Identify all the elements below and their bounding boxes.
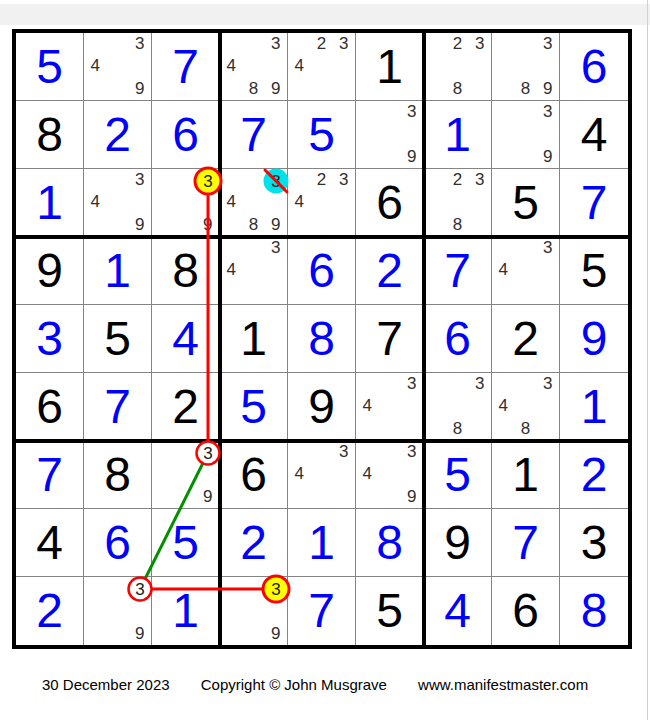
candidate-9: 9: [265, 214, 287, 236]
candidate-9: 9: [129, 622, 151, 645]
candidates: 348: [492, 373, 559, 440]
candidates: 34: [288, 441, 355, 508]
candidate-3: 3: [401, 373, 423, 395]
candidate-9: 9: [537, 146, 559, 168]
cell-value: 8: [16, 101, 83, 168]
cell-value: 6: [288, 237, 355, 304]
cell-value: 5: [356, 577, 423, 645]
cell-value: 2: [220, 509, 287, 576]
sudoku-grid: 5349734892341238389682675391394134939348…: [16, 33, 628, 645]
cell-r8c5[interactable]: 1: [288, 509, 356, 577]
candidate-3: 3: [129, 577, 151, 600]
candidates: 3489: [220, 169, 287, 236]
candidate-4: 4: [84, 55, 106, 77]
candidate-8: 8: [242, 78, 264, 100]
candidate-3: 3: [537, 373, 559, 395]
cell-r6c4[interactable]: 5: [220, 373, 288, 441]
candidate-3: 3: [401, 441, 423, 463]
candidate-3: 3: [129, 33, 151, 55]
cell-value: 8: [152, 237, 219, 304]
cell-r3c2[interactable]: 349: [84, 169, 152, 237]
candidate-4: 4: [492, 395, 514, 417]
cell-r4c3[interactable]: 8: [152, 237, 220, 305]
candidate-4: 4: [356, 463, 378, 485]
candidate-2: 2: [310, 169, 332, 191]
box-border-vertical-2: [422, 33, 426, 645]
cell-r6c1[interactable]: 6: [16, 373, 84, 441]
cell-r7c7[interactable]: 5: [424, 441, 492, 509]
cell-value: 1: [492, 441, 559, 508]
cell-value: 8: [356, 509, 423, 576]
box-border-horizontal-2: [16, 439, 628, 443]
cell-value: 7: [288, 577, 355, 645]
candidates: 34: [220, 237, 287, 304]
cell-value: 7: [424, 237, 491, 304]
cell-r6c3[interactable]: 2: [152, 373, 220, 441]
cell-value: 6: [152, 101, 219, 168]
candidates: 3489: [220, 33, 287, 100]
cell-r4c9[interactable]: 5: [560, 237, 628, 305]
candidate-2: 2: [446, 33, 468, 55]
cell-r8c6[interactable]: 8: [356, 509, 424, 577]
candidate-3: 3: [333, 441, 355, 463]
cell-r2c5[interactable]: 5: [288, 101, 356, 169]
candidates: 349: [84, 33, 151, 100]
candidates: 39: [84, 577, 151, 645]
cell-r7c5[interactable]: 34: [288, 441, 356, 509]
candidates: 34: [492, 237, 559, 304]
cell-value: 1: [288, 509, 355, 576]
candidate-4: 4: [288, 191, 310, 213]
cell-value: 5: [288, 101, 355, 168]
candidate-3: 3: [469, 373, 491, 395]
candidates: 39: [152, 169, 219, 236]
cell-r7c9[interactable]: 2: [560, 441, 628, 509]
candidates: 238: [424, 169, 491, 236]
cell-value: 2: [356, 237, 423, 304]
cell-r1c2[interactable]: 349: [84, 33, 152, 101]
cell-r3c6[interactable]: 6: [356, 169, 424, 237]
cell-value: 5: [84, 305, 151, 372]
candidate-3: 3: [537, 33, 559, 55]
candidates: 349: [356, 441, 423, 508]
cell-r4c7[interactable]: 7: [424, 237, 492, 305]
cell-r3c8[interactable]: 5: [492, 169, 560, 237]
cell-r9c1[interactable]: 2: [16, 577, 84, 645]
cell-r5c6[interactable]: 7: [356, 305, 424, 373]
candidates: 234: [288, 33, 355, 100]
cell-r6c2[interactable]: 7: [84, 373, 152, 441]
cell-r3c9[interactable]: 7: [560, 169, 628, 237]
cell-value: 4: [152, 305, 219, 372]
cell-value: 1: [220, 305, 287, 372]
cell-r5c3[interactable]: 4: [152, 305, 220, 373]
cell-r9c2[interactable]: 39: [84, 577, 152, 645]
cell-r3c3[interactable]: 39: [152, 169, 220, 237]
candidate-9: 9: [129, 214, 151, 236]
cell-r1c6[interactable]: 1: [356, 33, 424, 101]
cell-r1c9[interactable]: 6: [560, 33, 628, 101]
cell-r2c4[interactable]: 7: [220, 101, 288, 169]
cell-value: 7: [356, 305, 423, 372]
cell-r3c5[interactable]: 234: [288, 169, 356, 237]
cell-r9c6[interactable]: 5: [356, 577, 424, 645]
candidate-9: 9: [197, 214, 219, 236]
candidate-3: 3: [333, 33, 355, 55]
cell-value: 1: [16, 169, 83, 236]
candidate-9: 9: [401, 146, 423, 168]
cell-r4c1[interactable]: 9: [16, 237, 84, 305]
cell-r9c4[interactable]: 39: [220, 577, 288, 645]
cell-r5c5[interactable]: 8: [288, 305, 356, 373]
cell-value: 5: [16, 33, 83, 100]
cell-r7c1[interactable]: 7: [16, 441, 84, 509]
cell-r8c3[interactable]: 5: [152, 509, 220, 577]
cell-value: 7: [152, 33, 219, 100]
candidates: 34: [356, 373, 423, 440]
cell-value: 5: [560, 237, 628, 304]
candidates: 39: [356, 101, 423, 168]
candidate-2: 2: [446, 169, 468, 191]
cell-value: 4: [16, 509, 83, 576]
cell-r7c3[interactable]: 39: [152, 441, 220, 509]
cell-value: 7: [16, 441, 83, 508]
candidate-4: 4: [288, 463, 310, 485]
cell-r1c1[interactable]: 5: [16, 33, 84, 101]
cell-value: 6: [356, 169, 423, 236]
cell-r1c5[interactable]: 234: [288, 33, 356, 101]
candidate-4: 4: [220, 55, 242, 77]
cell-value: 1: [560, 373, 628, 440]
cell-r6c9[interactable]: 1: [560, 373, 628, 441]
candidate-3: 3: [197, 441, 219, 463]
candidate-4: 4: [356, 395, 378, 417]
cell-r5c4[interactable]: 1: [220, 305, 288, 373]
cell-value: 9: [560, 305, 628, 372]
cell-r9c8[interactable]: 6: [492, 577, 560, 645]
candidate-4: 4: [84, 191, 106, 213]
cell-value: 2: [84, 101, 151, 168]
candidate-2: 2: [310, 33, 332, 55]
cell-r2c9[interactable]: 4: [560, 101, 628, 169]
cell-r3c1[interactable]: 1: [16, 169, 84, 237]
sudoku-page: 5349734892341238389682675391394134939348…: [0, 0, 650, 720]
cell-r5c9[interactable]: 9: [560, 305, 628, 373]
candidate-4: 4: [220, 191, 242, 213]
candidate-3: 3: [469, 33, 491, 55]
cell-value: 1: [424, 101, 491, 168]
cell-value: 6: [560, 33, 628, 100]
candidate-4: 4: [220, 259, 242, 281]
candidate-8: 8: [446, 418, 468, 440]
footer-website: www.manifestmaster.com: [418, 676, 588, 693]
cell-r8c1[interactable]: 4: [16, 509, 84, 577]
cell-r5c1[interactable]: 3: [16, 305, 84, 373]
cell-r8c8[interactable]: 7: [492, 509, 560, 577]
cell-value: 3: [560, 509, 628, 576]
footer-date: 30 December 2023: [42, 676, 170, 693]
cell-r5c2[interactable]: 5: [84, 305, 152, 373]
cell-value: 2: [560, 441, 628, 508]
cell-r1c8[interactable]: 389: [492, 33, 560, 101]
cell-r9c5[interactable]: 7: [288, 577, 356, 645]
cell-value: 6: [84, 509, 151, 576]
candidates: 238: [424, 33, 491, 100]
footer: 30 December 2023 Copyright © John Musgra…: [42, 676, 588, 693]
cell-r3c7[interactable]: 238: [424, 169, 492, 237]
candidate-8: 8: [446, 78, 468, 100]
cell-value: 8: [84, 441, 151, 508]
candidate-3: 3: [537, 101, 559, 123]
candidate-3: 3: [265, 237, 287, 259]
cell-r2c6[interactable]: 39: [356, 101, 424, 169]
cell-value: 2: [152, 373, 219, 440]
candidate-3: 3: [265, 577, 287, 600]
candidate-9: 9: [537, 78, 559, 100]
cell-r8c2[interactable]: 6: [84, 509, 152, 577]
top-bar: [0, 4, 650, 25]
cell-r4c4[interactable]: 34: [220, 237, 288, 305]
cell-value: 3: [16, 305, 83, 372]
cell-value: 2: [16, 577, 83, 645]
cell-value: 2: [492, 305, 559, 372]
cell-r2c3[interactable]: 6: [152, 101, 220, 169]
cell-r2c7[interactable]: 1: [424, 101, 492, 169]
cell-value: 1: [356, 33, 423, 100]
cell-r8c4[interactable]: 2: [220, 509, 288, 577]
candidate-3: 3: [265, 169, 287, 191]
cell-value: 4: [424, 577, 491, 645]
cell-r2c1[interactable]: 8: [16, 101, 84, 169]
cell-r1c3[interactable]: 7: [152, 33, 220, 101]
cell-r7c2[interactable]: 8: [84, 441, 152, 509]
cell-r5c8[interactable]: 2: [492, 305, 560, 373]
cell-value: 7: [492, 509, 559, 576]
candidate-3: 3: [469, 169, 491, 191]
cell-value: 1: [152, 577, 219, 645]
candidate-4: 4: [492, 259, 514, 281]
cell-r4c8[interactable]: 34: [492, 237, 560, 305]
cell-value: 6: [16, 373, 83, 440]
cell-r1c7[interactable]: 238: [424, 33, 492, 101]
candidates: 39: [492, 101, 559, 168]
cell-value: 4: [560, 101, 628, 168]
cell-r6c5[interactable]: 9: [288, 373, 356, 441]
cell-r6c7[interactable]: 38: [424, 373, 492, 441]
cell-r7c4[interactable]: 6: [220, 441, 288, 509]
cell-r9c9[interactable]: 8: [560, 577, 628, 645]
cell-value: 7: [220, 101, 287, 168]
cell-value: 6: [424, 305, 491, 372]
cell-r3c4[interactable]: 3489: [220, 169, 288, 237]
cell-r8c7[interactable]: 9: [424, 509, 492, 577]
box-border-vertical-1: [218, 33, 222, 645]
candidate-3: 3: [537, 237, 559, 259]
footer-copyright: Copyright © John Musgrave: [201, 676, 387, 693]
cell-r5c7[interactable]: 6: [424, 305, 492, 373]
cell-r4c6[interactable]: 2: [356, 237, 424, 305]
candidates: 39: [152, 441, 219, 508]
candidate-3: 3: [265, 33, 287, 55]
candidate-9: 9: [265, 622, 287, 645]
cell-r8c9[interactable]: 3: [560, 509, 628, 577]
page-right-edge: [647, 0, 648, 720]
cell-r4c2[interactable]: 1: [84, 237, 152, 305]
box-border-horizontal-1: [16, 235, 628, 239]
candidate-8: 8: [514, 78, 536, 100]
cell-r2c8[interactable]: 39: [492, 101, 560, 169]
candidate-4: 4: [288, 55, 310, 77]
cell-r6c8[interactable]: 348: [492, 373, 560, 441]
cell-value: 5: [152, 509, 219, 576]
candidate-3: 3: [197, 169, 219, 191]
candidate-9: 9: [197, 486, 219, 508]
candidates: 389: [492, 33, 559, 100]
cell-r9c7[interactable]: 4: [424, 577, 492, 645]
cell-value: 9: [16, 237, 83, 304]
cell-value: 8: [288, 305, 355, 372]
candidate-3: 3: [129, 169, 151, 191]
candidate-9: 9: [129, 78, 151, 100]
cell-value: 7: [84, 373, 151, 440]
candidates: 38: [424, 373, 491, 440]
cell-value: 9: [424, 509, 491, 576]
cell-value: 7: [560, 169, 628, 236]
cell-value: 5: [424, 441, 491, 508]
cell-value: 9: [288, 373, 355, 440]
cell-r4c5[interactable]: 6: [288, 237, 356, 305]
candidate-8: 8: [242, 214, 264, 236]
candidates: 234: [288, 169, 355, 236]
candidate-8: 8: [446, 214, 468, 236]
candidate-9: 9: [401, 486, 423, 508]
candidates: 39: [220, 577, 287, 645]
cell-value: 6: [492, 577, 559, 645]
sudoku-board: 5349734892341238389682675391394134939348…: [12, 29, 632, 649]
candidates: 349: [84, 169, 151, 236]
candidate-8: 8: [514, 418, 536, 440]
cell-r2c2[interactable]: 2: [84, 101, 152, 169]
cell-r7c8[interactable]: 1: [492, 441, 560, 509]
cell-value: 5: [220, 373, 287, 440]
cell-r7c6[interactable]: 349: [356, 441, 424, 509]
candidate-9: 9: [265, 78, 287, 100]
cell-r9c3[interactable]: 1: [152, 577, 220, 645]
cell-value: 5: [492, 169, 559, 236]
cell-r6c6[interactable]: 34: [356, 373, 424, 441]
cell-value: 8: [560, 577, 628, 645]
candidate-3: 3: [401, 101, 423, 123]
candidate-3: 3: [333, 169, 355, 191]
cell-r1c4[interactable]: 3489: [220, 33, 288, 101]
cell-value: 1: [84, 237, 151, 304]
cell-value: 6: [220, 441, 287, 508]
